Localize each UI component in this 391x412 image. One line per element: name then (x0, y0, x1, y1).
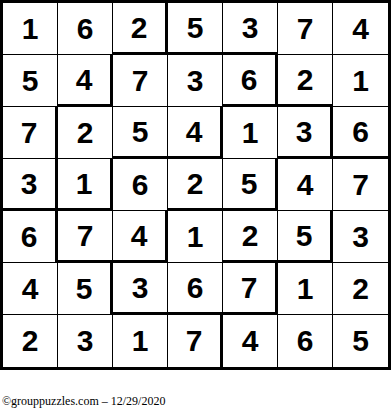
cell-r3c3: 5 (113, 107, 168, 159)
cell-r5c3: 4 (113, 211, 168, 263)
cell-r1c6: 7 (278, 3, 333, 55)
cell-r1c5: 3 (223, 3, 278, 55)
cell-r6c5: 7 (223, 263, 278, 315)
cell-r1c2: 6 (58, 3, 113, 55)
cell-r7c5: 4 (223, 315, 278, 367)
cell-r7c3: 1 (113, 315, 168, 367)
cell-r3c4: 4 (168, 107, 223, 159)
cell-r3c6: 3 (278, 107, 333, 159)
cell-r4c3: 6 (113, 159, 168, 211)
cell-r1c7: 4 (333, 3, 388, 55)
sudoku7-board: 1625374547362172541363162547674125345367… (0, 0, 391, 370)
cell-r5c4: 1 (168, 211, 223, 263)
cell-r4c6: 4 (278, 159, 333, 211)
cell-r2c7: 1 (333, 55, 388, 107)
cell-r2c5: 6 (223, 55, 278, 107)
cell-r7c2: 3 (58, 315, 113, 367)
cell-r6c4: 6 (168, 263, 223, 315)
cell-r7c6: 6 (278, 315, 333, 367)
cell-r3c7: 6 (333, 107, 388, 159)
cell-r5c2: 7 (58, 211, 113, 263)
cell-r7c4: 7 (168, 315, 223, 367)
cell-r1c4: 5 (168, 3, 223, 55)
cell-r6c6: 1 (278, 263, 333, 315)
cell-r3c2: 2 (58, 107, 113, 159)
cell-r4c2: 1 (58, 159, 113, 211)
cell-r1c1: 1 (3, 3, 58, 55)
cell-r1c3: 2 (113, 3, 168, 55)
cell-r5c6: 5 (278, 211, 333, 263)
cell-r6c2: 5 (58, 263, 113, 315)
cell-r5c7: 3 (333, 211, 388, 263)
cell-r2c2: 4 (58, 55, 113, 107)
copyright-text: ©grouppuzzles.com – 12/29/2020 (2, 394, 165, 409)
cell-r2c1: 5 (3, 55, 58, 107)
cell-r2c3: 7 (113, 55, 168, 107)
cell-r6c1: 4 (3, 263, 58, 315)
cell-r7c1: 2 (3, 315, 58, 367)
cell-r4c5: 5 (223, 159, 278, 211)
cell-r4c7: 7 (333, 159, 388, 211)
cell-r6c3: 3 (113, 263, 168, 315)
cell-r2c6: 2 (278, 55, 333, 107)
cell-r4c4: 2 (168, 159, 223, 211)
cell-r5c5: 2 (223, 211, 278, 263)
cell-r5c1: 6 (3, 211, 58, 263)
cell-r4c1: 3 (3, 159, 58, 211)
cell-r3c5: 1 (223, 107, 278, 159)
cell-r7c7: 5 (333, 315, 388, 367)
cell-r3c1: 7 (3, 107, 58, 159)
cell-r2c4: 3 (168, 55, 223, 107)
cell-r6c7: 2 (333, 263, 388, 315)
